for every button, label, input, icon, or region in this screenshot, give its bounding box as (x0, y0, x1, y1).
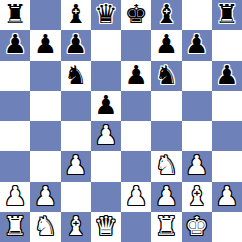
square-g6[interactable] (182, 61, 212, 91)
square-c7[interactable]: ♟ (61, 30, 91, 60)
white-bishop: ♝ (185, 183, 208, 209)
square-f4[interactable] (151, 121, 181, 151)
black-pawn: ♟ (155, 31, 178, 57)
square-h5[interactable] (212, 91, 242, 121)
square-h8[interactable]: ♜ (212, 0, 242, 30)
white-pawn: ♟ (3, 183, 26, 209)
black-pawn: ♟ (185, 31, 208, 57)
white-pawn: ♟ (155, 183, 178, 209)
square-c1[interactable]: ♝ (61, 212, 91, 242)
square-c2[interactable] (61, 182, 91, 212)
square-h1[interactable] (212, 212, 242, 242)
black-pawn: ♟ (124, 62, 147, 88)
square-h6[interactable]: ♟ (212, 61, 242, 91)
square-d2[interactable] (91, 182, 121, 212)
square-e5[interactable] (121, 91, 151, 121)
square-b6[interactable] (30, 61, 60, 91)
square-g3[interactable]: ♟ (182, 151, 212, 181)
square-f7[interactable]: ♟ (151, 30, 181, 60)
square-f3[interactable]: ♞ (151, 151, 181, 181)
white-pawn: ♟ (94, 122, 117, 148)
square-e7[interactable] (121, 30, 151, 60)
black-pawn: ♟ (215, 62, 238, 88)
square-c3[interactable]: ♟ (61, 151, 91, 181)
square-d4[interactable]: ♟ (91, 121, 121, 151)
chess-board: ♜♝♛♚♝♜♟♟♟♟♟♞♟♞♟♟♟♟♞♟♟♟♟♟♝♟♜♞♝♛♜♚ (0, 0, 242, 242)
square-f5[interactable] (151, 91, 181, 121)
black-rook: ♜ (3, 1, 26, 27)
square-d5[interactable]: ♟ (91, 91, 121, 121)
black-pawn: ♟ (64, 31, 87, 57)
square-b5[interactable] (30, 91, 60, 121)
square-c8[interactable]: ♝ (61, 0, 91, 30)
square-b7[interactable]: ♟ (30, 30, 60, 60)
square-a2[interactable]: ♟ (0, 182, 30, 212)
square-b8[interactable] (30, 0, 60, 30)
square-f2[interactable]: ♟ (151, 182, 181, 212)
white-queen: ♛ (94, 213, 117, 239)
square-c5[interactable] (61, 91, 91, 121)
square-f1[interactable]: ♜ (151, 212, 181, 242)
square-a1[interactable]: ♜ (0, 212, 30, 242)
square-b4[interactable] (30, 121, 60, 151)
white-rook: ♜ (3, 213, 26, 239)
square-a5[interactable] (0, 91, 30, 121)
square-e4[interactable] (121, 121, 151, 151)
white-pawn: ♟ (64, 152, 87, 178)
white-knight: ♞ (155, 152, 178, 178)
square-h4[interactable] (212, 121, 242, 151)
white-pawn: ♟ (124, 183, 147, 209)
square-e1[interactable] (121, 212, 151, 242)
square-d8[interactable]: ♛ (91, 0, 121, 30)
square-f8[interactable]: ♝ (151, 0, 181, 30)
white-pawn: ♟ (215, 183, 238, 209)
black-pawn: ♟ (34, 31, 57, 57)
square-d1[interactable]: ♛ (91, 212, 121, 242)
square-g4[interactable] (182, 121, 212, 151)
square-d7[interactable] (91, 30, 121, 60)
black-pawn: ♟ (94, 92, 117, 118)
black-pawn: ♟ (3, 31, 26, 57)
white-pawn: ♟ (34, 183, 57, 209)
square-b1[interactable]: ♞ (30, 212, 60, 242)
square-d6[interactable] (91, 61, 121, 91)
square-b3[interactable] (30, 151, 60, 181)
square-c6[interactable]: ♞ (61, 61, 91, 91)
white-bishop: ♝ (64, 213, 87, 239)
white-pawn: ♟ (185, 152, 208, 178)
square-a4[interactable] (0, 121, 30, 151)
square-f6[interactable]: ♞ (151, 61, 181, 91)
square-e2[interactable]: ♟ (121, 182, 151, 212)
square-e3[interactable] (121, 151, 151, 181)
square-g8[interactable] (182, 0, 212, 30)
square-h2[interactable]: ♟ (212, 182, 242, 212)
white-knight: ♞ (34, 213, 57, 239)
square-a7[interactable]: ♟ (0, 30, 30, 60)
square-g2[interactable]: ♝ (182, 182, 212, 212)
square-c4[interactable] (61, 121, 91, 151)
black-knight: ♞ (155, 62, 178, 88)
square-g7[interactable]: ♟ (182, 30, 212, 60)
square-d3[interactable] (91, 151, 121, 181)
white-rook: ♜ (155, 213, 178, 239)
square-e8[interactable]: ♚ (121, 0, 151, 30)
black-bishop: ♝ (155, 1, 178, 27)
black-king: ♚ (124, 1, 147, 27)
black-queen: ♛ (94, 1, 117, 27)
square-h3[interactable] (212, 151, 242, 181)
square-e6[interactable]: ♟ (121, 61, 151, 91)
white-king: ♚ (185, 213, 208, 239)
square-a6[interactable] (0, 61, 30, 91)
black-bishop: ♝ (64, 1, 87, 27)
square-a3[interactable] (0, 151, 30, 181)
square-g5[interactable] (182, 91, 212, 121)
square-h7[interactable] (212, 30, 242, 60)
square-a8[interactable]: ♜ (0, 0, 30, 30)
black-knight: ♞ (64, 62, 87, 88)
square-b2[interactable]: ♟ (30, 182, 60, 212)
square-g1[interactable]: ♚ (182, 212, 212, 242)
black-rook: ♜ (215, 1, 238, 27)
